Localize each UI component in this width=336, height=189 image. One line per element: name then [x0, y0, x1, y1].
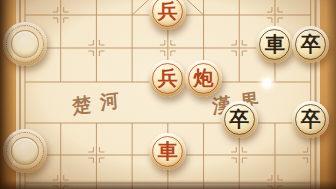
- piece-character: 炮: [194, 68, 214, 88]
- piece-facedown[interactable]: [3, 129, 47, 173]
- xiangqi-board: 楚河 漢界 兵車卒兵炮卒卒車: [0, 0, 336, 189]
- piece-black-卒[interactable]: 卒: [292, 101, 329, 138]
- piece-character: 卒: [301, 109, 321, 129]
- piece-black-卒[interactable]: 卒: [292, 26, 329, 63]
- piece-character: 兵: [158, 68, 178, 88]
- piece-character: 車: [265, 34, 285, 54]
- piece-red-兵[interactable]: 兵: [149, 60, 186, 97]
- piece-character: 兵: [158, 1, 178, 21]
- piece-character: 車: [158, 141, 178, 161]
- piece-red-炮[interactable]: 炮: [185, 60, 222, 97]
- piece-red-車[interactable]: 車: [149, 133, 186, 170]
- piece-character: 卒: [229, 109, 249, 129]
- piece-facedown[interactable]: [3, 22, 47, 66]
- piece-character: 卒: [301, 34, 321, 54]
- piece-black-卒[interactable]: 卒: [221, 101, 258, 138]
- piece-black-車[interactable]: 車: [256, 26, 293, 63]
